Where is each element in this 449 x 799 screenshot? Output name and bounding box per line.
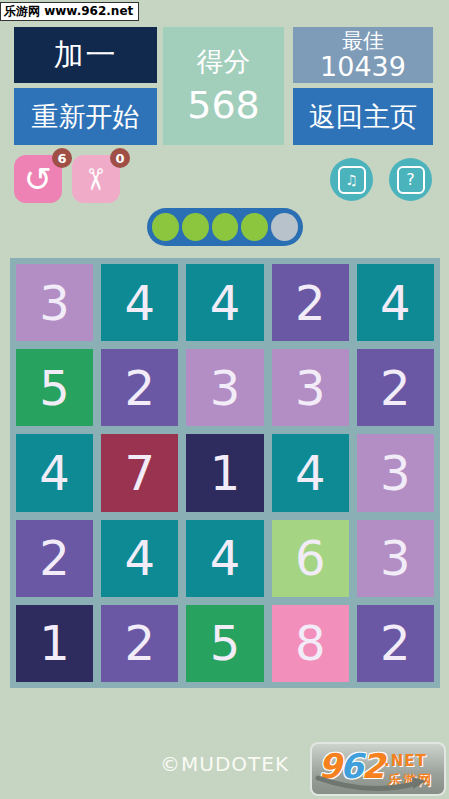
tile-2[interactable]: 2	[357, 605, 434, 682]
tile-5[interactable]: 5	[16, 349, 93, 426]
tile-1[interactable]: 1	[186, 434, 263, 511]
tile-3[interactable]: 3	[186, 349, 263, 426]
best-label: 最佳	[342, 30, 384, 53]
score-label: 得分	[197, 48, 251, 76]
home-button[interactable]: 返回主页	[293, 88, 433, 145]
game-screen: 乐游网 www.962.net 加一 重新开始 得分 568 最佳 10439 …	[0, 0, 449, 799]
tile-2[interactable]: 2	[101, 605, 178, 682]
progress-dot	[182, 213, 209, 241]
tile-4[interactable]: 4	[357, 264, 434, 341]
best-panel: 最佳 10439	[293, 27, 433, 83]
scissors-count-badge: 0	[110, 148, 130, 168]
best-value: 10439	[320, 53, 406, 81]
962-net-text: .NET	[384, 752, 427, 770]
score-panel: 得分 568	[163, 27, 284, 145]
help-icon: ?	[397, 166, 425, 194]
progress-dot	[241, 213, 268, 241]
progress-dot	[152, 213, 179, 241]
undo-icon: ↺	[24, 159, 53, 199]
music-icon: ♫	[338, 166, 366, 194]
tile-2[interactable]: 2	[272, 264, 349, 341]
962net-logo: 962 .NET 乐游网	[310, 742, 446, 796]
tile-2[interactable]: 2	[16, 520, 93, 597]
tile-3[interactable]: 3	[357, 434, 434, 511]
tile-2[interactable]: 2	[101, 349, 178, 426]
tile-4[interactable]: 4	[101, 520, 178, 597]
tile-4[interactable]: 4	[272, 434, 349, 511]
tile-8[interactable]: 8	[272, 605, 349, 682]
help-button[interactable]: ?	[389, 158, 432, 201]
game-title: 加一	[14, 27, 157, 83]
restart-button[interactable]: 重新开始	[14, 88, 157, 145]
tile-4[interactable]: 4	[101, 264, 178, 341]
scissors-icon: ✂	[78, 166, 113, 191]
tile-3[interactable]: 3	[272, 349, 349, 426]
undo-count-badge: 6	[52, 148, 72, 168]
tile-2[interactable]: 2	[357, 349, 434, 426]
tile-4[interactable]: 4	[186, 264, 263, 341]
tile-7[interactable]: 7	[101, 434, 178, 511]
music-button[interactable]: ♫	[330, 158, 373, 201]
progress-indicator	[147, 208, 303, 246]
score-value: 568	[187, 86, 260, 124]
tile-4[interactable]: 4	[186, 520, 263, 597]
progress-dot	[271, 213, 298, 241]
site-watermark-label: 乐游网 www.962.net	[0, 2, 139, 21]
board: 3442452332471432446312582	[10, 258, 440, 688]
tile-1[interactable]: 1	[16, 605, 93, 682]
tile-3[interactable]: 3	[357, 520, 434, 597]
tile-5[interactable]: 5	[186, 605, 263, 682]
tile-4[interactable]: 4	[16, 434, 93, 511]
progress-dot	[212, 213, 239, 241]
tile-6[interactable]: 6	[272, 520, 349, 597]
tile-3[interactable]: 3	[16, 264, 93, 341]
962-swoosh-icon	[314, 774, 444, 796]
